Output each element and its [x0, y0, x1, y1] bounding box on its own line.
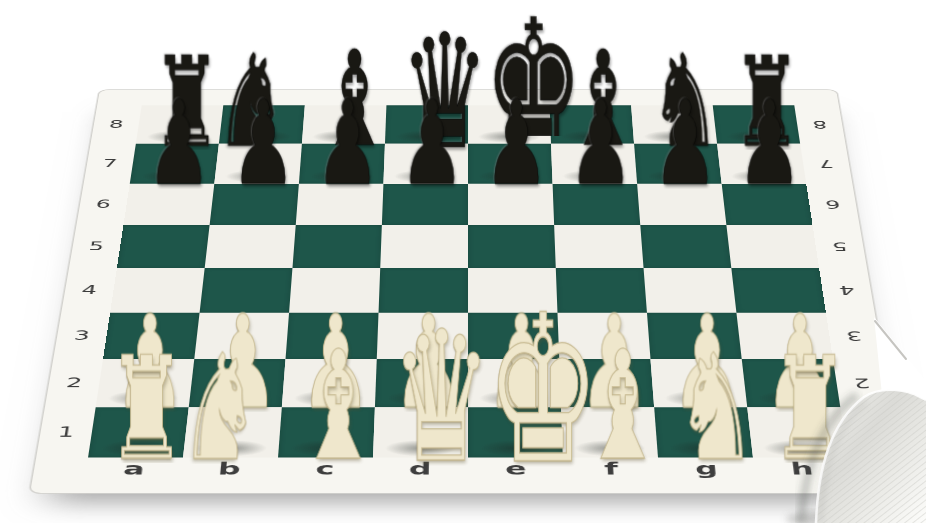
rank-label-left-8: 8: [91, 105, 142, 143]
piece-shadow: [668, 440, 741, 456]
square-f2: ♟: [559, 359, 654, 407]
file-labels-bottom: abcdefgh: [83, 458, 854, 493]
file-label-c: c: [275, 458, 373, 493]
rank-label-right-8: 8: [794, 105, 845, 143]
square-b8: ♞: [219, 105, 305, 143]
square-b1: ♞: [183, 407, 282, 457]
square-d8: ♛: [385, 105, 468, 143]
rank-label-right-6: 6: [806, 184, 859, 225]
square-f4: [556, 268, 647, 313]
square-e3: [468, 313, 559, 359]
square-a4: [110, 268, 205, 313]
square-a3: [103, 313, 200, 359]
square-g8: ♞: [631, 105, 717, 143]
rank-label-left-6: 6: [76, 184, 129, 225]
rank-label-left-2: 2: [45, 359, 103, 407]
piece-shadow: [310, 170, 374, 183]
file-label-g: g: [658, 458, 757, 493]
square-c2: ♟: [282, 359, 377, 407]
piece-shadow: [146, 131, 210, 143]
file-label-f: f: [563, 458, 661, 493]
square-e1: ♚: [468, 407, 563, 457]
square-c7: ♟: [299, 144, 385, 184]
file-label-b: b: [179, 458, 278, 493]
piece-shadow: [664, 391, 735, 407]
square-d2: ♟: [375, 359, 468, 407]
piece-shadow: [479, 170, 542, 183]
piece-shadow: [726, 131, 790, 143]
perspective-wrapper: 87654321 87654321 abcdefgh ♜♞♝♛♚♝♞♜♟♟♟♟♟…: [68, 0, 868, 523]
piece-shadow: [385, 440, 456, 456]
square-b4: [200, 268, 293, 313]
square-d5: [380, 225, 468, 268]
piece-shadow: [312, 131, 375, 143]
square-d7: ♟: [383, 144, 468, 184]
piece-shadow: [140, 170, 205, 183]
square-e5: [468, 225, 556, 268]
rank-label-left-1: 1: [36, 407, 95, 457]
chess-board: ♜♞♝♛♚♝♞♜♟♟♟♟♟♟♟♟♟♟♟♟♟♟♟♟♜♞♝♛♚♝♞♜: [88, 105, 848, 457]
piece-shadow: [574, 440, 646, 456]
square-c6: [296, 184, 384, 225]
piece-shadow: [225, 170, 289, 183]
square-h7: ♟: [717, 144, 806, 184]
piece-shadow: [480, 391, 550, 407]
rank-label-left-3: 3: [53, 313, 110, 359]
square-h8: ♜: [713, 105, 800, 143]
rank-label-left-7: 7: [84, 144, 136, 184]
piece-shadow: [563, 170, 627, 183]
square-f5: [554, 225, 643, 268]
chess-mat: 87654321 87654321 abcdefgh ♜♞♝♛♚♝♞♜♟♟♟♟♟…: [30, 90, 906, 493]
rank-label-right-7: 7: [800, 144, 852, 184]
square-h6: [722, 184, 813, 225]
square-c5: [292, 225, 381, 268]
square-a5: [117, 225, 210, 268]
square-e6: [468, 184, 554, 225]
piece-shadow: [731, 170, 796, 183]
square-f7: ♟: [551, 144, 637, 184]
piece-shadow: [643, 131, 706, 143]
piece-shadow: [395, 131, 457, 143]
square-f6: [553, 184, 641, 225]
piece-shadow: [100, 440, 173, 456]
square-f1: ♝: [561, 407, 658, 457]
curled-corner: [776, 303, 926, 523]
square-d6: [382, 184, 468, 225]
square-d3: [377, 313, 468, 359]
square-d4: [379, 268, 468, 313]
chess-set-photo: 87654321 87654321 abcdefgh ♜♞♝♛♚♝♞♜♟♟♟♟♟…: [0, 0, 926, 523]
piece-shadow: [394, 170, 457, 183]
square-e2: ♟: [468, 359, 561, 407]
square-f8: ♝: [550, 105, 635, 143]
rank-label-left-4: 4: [61, 268, 117, 313]
square-g1: ♞: [654, 407, 753, 457]
piece-shadow: [561, 131, 624, 143]
square-b5: [205, 225, 296, 268]
square-c3: [286, 313, 379, 359]
square-e4: [468, 268, 557, 313]
square-e7: ♟: [468, 144, 553, 184]
square-g3: [647, 313, 742, 359]
square-c1: ♝: [278, 407, 375, 457]
square-a6: [123, 184, 214, 225]
rank-label-right-5: 5: [813, 225, 867, 268]
square-a1: ♜: [88, 407, 189, 457]
piece-shadow: [201, 391, 272, 407]
piece-shadow: [478, 131, 540, 143]
piece-shadow: [387, 391, 457, 407]
piece-shadow: [480, 440, 551, 456]
square-h5: [726, 225, 819, 268]
piece-shadow: [107, 391, 179, 407]
square-b7: ♟: [214, 144, 302, 184]
square-f3: [557, 313, 650, 359]
square-b6: [210, 184, 299, 225]
square-b3: [194, 313, 289, 359]
square-a8: ♜: [136, 105, 223, 143]
square-b2: ♟: [189, 359, 286, 407]
file-label-a: a: [83, 458, 183, 493]
piece-shadow: [647, 170, 711, 183]
square-g2: ♟: [650, 359, 747, 407]
square-c8: ♝: [302, 105, 387, 143]
square-c4: [289, 268, 380, 313]
square-d1: ♛: [373, 407, 468, 457]
square-g4: [644, 268, 737, 313]
file-label-e: e: [468, 458, 564, 493]
piece-shadow: [572, 391, 642, 407]
square-a2: ♟: [96, 359, 195, 407]
piece-shadow: [229, 131, 292, 143]
rank-label-left-5: 5: [69, 225, 123, 268]
piece-shadow: [195, 440, 268, 456]
piece-shadow: [290, 440, 362, 456]
piece-shadow: [294, 391, 364, 407]
square-a7: ♟: [130, 144, 219, 184]
square-e8: ♚: [468, 105, 551, 143]
square-g6: [637, 184, 726, 225]
square-g5: [640, 225, 731, 268]
square-g7: ♟: [634, 144, 722, 184]
file-label-d: d: [372, 458, 468, 493]
